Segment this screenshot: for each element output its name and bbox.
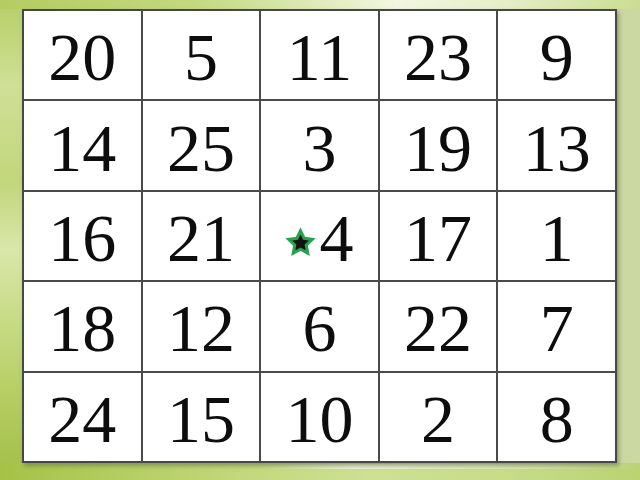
cell-number: 8	[540, 385, 574, 453]
grid-cell-r4c1[interactable]: 18	[24, 282, 141, 370]
grid-cell-r3c1[interactable]: 16	[24, 192, 141, 280]
cell-number: 20	[48, 23, 116, 91]
grid-cell-r2c4[interactable]: 19	[380, 101, 497, 189]
cell-number: 23	[404, 23, 472, 91]
number-grid: 20 5 11 23 9 14 25 3 19 13 16 21 4 17 1 …	[22, 9, 617, 463]
grid-cell-r1c4[interactable]: 23	[380, 11, 497, 99]
grid-cell-r4c2[interactable]: 12	[143, 282, 260, 370]
cell-number: 3	[302, 114, 336, 182]
grid-cell-r4c4[interactable]: 22	[380, 282, 497, 370]
grid-cell-r3c2[interactable]: 21	[143, 192, 260, 280]
grid-cell-r2c1[interactable]: 14	[24, 101, 141, 189]
cell-number: 17	[404, 204, 472, 272]
grid-cell-r1c5[interactable]: 9	[498, 11, 615, 99]
cell-number: 14	[48, 114, 116, 182]
grid-cell-r5c4[interactable]: 2	[380, 373, 497, 461]
grid-cell-r2c3[interactable]: 3	[261, 101, 378, 189]
grid-cell-r5c1[interactable]: 24	[24, 373, 141, 461]
cell-number: 13	[523, 114, 591, 182]
cell-number: 12	[167, 294, 235, 362]
grid-cell-r3c3-starred[interactable]: 4	[261, 192, 378, 280]
grid-cell-r4c5[interactable]: 7	[498, 282, 615, 370]
grid-cell-r2c5[interactable]: 13	[498, 101, 615, 189]
star-icon	[285, 227, 316, 258]
bottom-accent-strip	[0, 463, 640, 480]
grid-cell-r3c5[interactable]: 1	[498, 192, 615, 280]
cell-number: 11	[287, 23, 352, 91]
cell-number: 4	[319, 204, 353, 272]
cell-number: 16	[48, 204, 116, 272]
grid-cell-r1c1[interactable]: 20	[24, 11, 141, 99]
cell-number: 24	[48, 385, 116, 453]
cell-number: 15	[167, 385, 235, 453]
slide-background: 20 5 11 23 9 14 25 3 19 13 16 21 4 17 1 …	[0, 0, 640, 480]
grid-cell-r3c4[interactable]: 17	[380, 192, 497, 280]
cell-number: 21	[167, 204, 235, 272]
cell-number: 2	[421, 385, 455, 453]
cell-number: 18	[48, 294, 116, 362]
grid-cell-r5c3[interactable]: 10	[261, 373, 378, 461]
grid-cell-r1c2[interactable]: 5	[143, 11, 260, 99]
cell-number: 19	[404, 114, 472, 182]
left-accent-strip	[0, 0, 22, 480]
grid-cell-r2c2[interactable]: 25	[143, 101, 260, 189]
cell-number: 6	[302, 294, 336, 362]
cell-number: 22	[404, 294, 472, 362]
cell-number: 5	[184, 23, 218, 91]
cell-number: 7	[540, 294, 574, 362]
cell-number: 10	[285, 385, 353, 453]
grid-cell-r4c3[interactable]: 6	[261, 282, 378, 370]
grid-cell-r5c5[interactable]: 8	[498, 373, 615, 461]
cell-number: 9	[540, 23, 574, 91]
cell-number: 1	[540, 204, 574, 272]
grid-cell-r5c2[interactable]: 15	[143, 373, 260, 461]
grid-cell-r1c3[interactable]: 11	[261, 11, 378, 99]
cell-number: 25	[167, 114, 235, 182]
top-accent-strip	[0, 0, 640, 9]
